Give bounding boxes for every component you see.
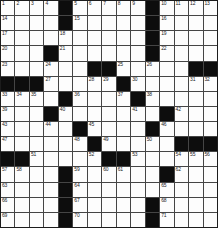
cell[interactable] [44,213,57,227]
cell[interactable] [146,152,159,166]
cell[interactable] [204,46,217,60]
black-cell [204,137,217,151]
cell[interactable]: 8 [117,1,130,15]
black-cell [1,152,14,166]
cell[interactable]: 56 [204,152,217,166]
clue-number: 53 [132,152,137,158]
clue-number: 37 [118,92,123,98]
cell[interactable] [160,62,173,76]
cell[interactable] [15,198,28,212]
cell[interactable] [175,92,188,106]
cell[interactable]: 42 [175,107,188,121]
cell[interactable] [131,62,144,76]
clue-number: 3 [31,1,34,7]
cell[interactable] [15,31,28,45]
cell[interactable] [88,167,101,181]
cell[interactable] [131,46,144,60]
clue-number: 48 [74,137,79,143]
cell[interactable] [73,107,86,121]
cell[interactable]: 31 [189,77,202,91]
black-cell [146,122,159,136]
cell[interactable]: 52 [88,152,101,166]
cell[interactable] [146,183,159,197]
cell[interactable] [102,16,115,30]
cell[interactable]: 48 [73,137,86,151]
cell[interactable] [59,77,72,91]
cell[interactable]: 29 [102,77,115,91]
clue-number: 18 [60,31,65,37]
clue-number: 11 [176,1,181,7]
cell[interactable] [189,198,202,212]
cell[interactable] [189,92,202,106]
black-cell [44,107,57,121]
black-cell [175,137,188,151]
clue-number: 66 [2,198,7,204]
black-cell [59,167,72,181]
clue-number: 12 [190,1,195,7]
black-cell [102,152,115,166]
black-cell [59,198,72,212]
cell[interactable] [117,213,130,227]
cell[interactable] [175,62,188,76]
cell[interactable] [189,107,202,121]
cell[interactable]: 68 [160,198,173,212]
cell[interactable] [30,122,43,136]
cell[interactable] [131,16,144,30]
black-cell [146,46,159,60]
cell[interactable]: 46 [160,122,173,136]
black-cell [204,62,217,76]
clue-number: 25 [118,62,123,68]
cell[interactable]: 40 [59,107,72,121]
clue-number: 17 [2,31,7,37]
cell[interactable] [15,183,28,197]
cell[interactable]: 38 [146,92,159,106]
cell[interactable]: 6 [88,1,101,15]
cell[interactable]: 2 [15,1,28,15]
cell[interactable] [30,16,43,30]
cell[interactable] [117,31,130,45]
cell[interactable]: 69 [1,213,14,227]
cell[interactable] [73,31,86,45]
cell[interactable] [44,167,57,181]
clue-number: 5 [74,1,77,7]
black-cell [160,107,173,121]
cell[interactable]: 24 [44,62,57,76]
clue-number: 21 [60,46,65,52]
cell[interactable]: 5 [73,1,86,15]
black-cell [88,137,101,151]
cell[interactable]: 19 [160,31,173,45]
cell[interactable] [189,46,202,60]
cell[interactable]: 34 [15,92,28,106]
cell[interactable]: 3 [30,1,43,15]
cell[interactable] [73,152,86,166]
clue-number: 62 [176,167,181,173]
cell[interactable] [204,198,217,212]
cell[interactable] [44,92,57,106]
cell[interactable]: 22 [160,46,173,60]
cell[interactable] [117,122,130,136]
cell[interactable] [88,92,101,106]
cell[interactable] [175,46,188,60]
cell[interactable]: 23 [1,62,14,76]
cell[interactable]: 39 [1,107,14,121]
cell[interactable] [131,213,144,227]
clue-number: 36 [74,92,79,98]
cell[interactable] [175,122,188,136]
black-cell [146,31,159,45]
cell[interactable] [117,46,130,60]
clue-number: 30 [132,77,137,83]
clue-number: 39 [2,107,7,113]
black-cell [146,198,159,212]
clue-number: 8 [118,1,121,7]
clue-number: 57 [2,167,7,173]
cell[interactable] [131,167,144,181]
clue-number: 49 [103,137,108,143]
black-cell [88,62,101,76]
cell[interactable] [189,31,202,45]
cell[interactable]: 59 [73,167,86,181]
cell[interactable]: 58 [15,167,28,181]
cell[interactable] [102,198,115,212]
cell[interactable]: 13 [204,1,217,15]
cell[interactable] [102,107,115,121]
cell[interactable]: 66 [1,198,14,212]
black-cell [117,77,130,91]
clue-number: 32 [205,77,210,83]
black-cell [131,92,144,106]
cell[interactable] [146,77,159,91]
clue-number: 10 [161,1,166,7]
clue-number: 60 [103,167,108,173]
cell[interactable] [204,213,217,227]
cell[interactable] [117,16,130,30]
black-cell [189,137,202,151]
clue-number: 43 [2,122,7,128]
cell[interactable]: 53 [131,152,144,166]
cell[interactable] [204,16,217,30]
cell[interactable]: 60 [102,167,115,181]
cell[interactable]: 43 [1,122,14,136]
cell[interactable] [117,137,130,151]
cell[interactable]: 50 [146,137,159,151]
cell[interactable] [30,46,43,60]
black-cell [59,1,72,15]
black-cell [44,46,57,60]
cell[interactable] [88,213,101,227]
clue-number: 34 [16,92,21,98]
cell[interactable]: 27 [44,77,57,91]
cell[interactable]: 26 [146,62,159,76]
cell[interactable] [189,213,202,227]
clue-number: 16 [161,16,166,22]
cell[interactable] [102,122,115,136]
cell[interactable]: 14 [1,16,14,30]
cell[interactable] [30,183,43,197]
cell[interactable] [204,167,217,181]
cell[interactable] [73,62,86,76]
clue-number: 1 [2,1,5,7]
cell[interactable] [175,213,188,227]
clue-number: 61 [118,167,123,173]
clue-number: 56 [205,152,210,158]
cell[interactable] [30,31,43,45]
cell[interactable] [117,183,130,197]
cell[interactable] [160,92,173,106]
cell[interactable] [15,137,28,151]
clue-number: 13 [205,1,210,7]
cell[interactable]: 28 [88,77,101,91]
clue-number: 51 [31,152,36,158]
clue-number: 68 [161,198,166,204]
clue-number: 29 [103,77,108,83]
clue-number: 15 [74,16,79,22]
cell[interactable]: 17 [1,31,14,45]
cell[interactable] [102,31,115,45]
cell[interactable]: 21 [59,46,72,60]
cell[interactable] [189,122,202,136]
clue-number: 6 [89,1,92,7]
black-cell [59,213,72,227]
black-cell [59,183,72,197]
clue-number: 23 [2,62,7,68]
cell[interactable] [73,46,86,60]
cell[interactable]: 49 [102,137,115,151]
cell[interactable]: 57 [1,167,14,181]
black-cell [189,62,202,76]
cell[interactable] [204,122,217,136]
cell[interactable] [189,16,202,30]
cell[interactable] [189,183,202,197]
cell[interactable] [131,31,144,45]
clue-number: 26 [147,62,152,68]
cell[interactable]: 63 [1,183,14,197]
cell[interactable]: 18 [59,31,72,45]
cell[interactable]: 16 [160,16,173,30]
clue-number: 71 [161,213,166,219]
cell[interactable]: 11 [175,1,188,15]
cell[interactable] [117,107,130,121]
cell[interactable] [88,107,101,121]
cell[interactable] [30,167,43,181]
cell[interactable] [102,183,115,197]
cell[interactable] [44,198,57,212]
cell[interactable]: 41 [131,107,144,121]
cell[interactable] [30,62,43,76]
cell[interactable] [204,31,217,45]
clue-number: 54 [176,152,181,158]
clue-number: 14 [2,16,7,22]
cell[interactable]: 35 [30,92,43,106]
cell[interactable] [59,152,72,166]
clue-number: 47 [2,137,7,143]
cell[interactable]: 70 [73,213,86,227]
cell[interactable]: 33 [1,92,14,106]
clue-number: 7 [103,1,106,7]
cell[interactable] [160,152,173,166]
cell[interactable]: 30 [131,77,144,91]
cell[interactable]: 25 [117,62,130,76]
cell[interactable] [44,152,57,166]
cell[interactable] [59,62,72,76]
clue-number: 58 [16,167,21,173]
cell[interactable] [117,198,130,212]
cell[interactable] [131,183,144,197]
black-cell [102,62,115,76]
cell[interactable] [131,122,144,136]
cell[interactable] [102,213,115,227]
cell[interactable] [131,198,144,212]
cell[interactable] [175,77,188,91]
clue-number: 4 [45,1,48,7]
clue-number: 46 [161,122,166,128]
black-cell [1,77,14,91]
cell[interactable] [102,92,115,106]
cell[interactable] [175,31,188,45]
cell[interactable] [146,107,159,121]
cell[interactable]: 20 [1,46,14,60]
cell[interactable]: 47 [1,137,14,151]
clue-number: 44 [45,122,50,128]
clue-number: 52 [89,152,94,158]
cell[interactable] [15,62,28,76]
cell[interactable] [204,183,217,197]
clue-number: 42 [176,107,181,113]
cell[interactable]: 7 [102,1,115,15]
cell[interactable]: 62 [175,167,188,181]
cell[interactable] [204,107,217,121]
black-cell [15,77,28,91]
cell[interactable]: 32 [204,77,217,91]
cell[interactable] [30,137,43,151]
cell[interactable] [30,213,43,227]
clue-number: 63 [2,183,7,189]
clue-number: 22 [161,46,166,52]
black-cell [73,122,86,136]
clue-number: 35 [31,92,36,98]
crossword-grid: 1234567891011121314151617181920212223242… [0,0,218,228]
cell[interactable] [15,213,28,227]
clue-number: 55 [190,152,195,158]
cell[interactable] [146,167,159,181]
clue-number: 64 [74,183,79,189]
clue-number: 27 [45,77,50,83]
cell[interactable] [88,31,101,45]
cell[interactable]: 9 [131,1,144,15]
cell[interactable] [44,183,57,197]
black-cell [146,213,159,227]
cell[interactable]: 61 [117,167,130,181]
black-cell [15,152,28,166]
black-cell [59,92,72,106]
cell[interactable]: 71 [160,213,173,227]
clue-number: 50 [147,137,152,143]
clue-number: 24 [45,62,50,68]
cell[interactable] [88,16,101,30]
cell[interactable] [160,77,173,91]
black-cell [30,77,43,91]
black-cell [146,1,159,15]
cell[interactable] [59,137,72,151]
cell[interactable]: 65 [160,183,173,197]
clue-number: 33 [2,92,7,98]
cell[interactable]: 45 [88,122,101,136]
cell[interactable] [175,198,188,212]
clue-number: 2 [16,1,19,7]
cell[interactable]: 54 [175,152,188,166]
cell[interactable] [15,16,28,30]
cell[interactable] [160,137,173,151]
clue-number: 19 [161,31,166,37]
clue-number: 59 [74,167,79,173]
cell[interactable] [88,198,101,212]
cell[interactable] [175,16,188,30]
cell[interactable] [88,183,101,197]
cell[interactable] [73,77,86,91]
clue-number: 31 [190,77,195,83]
cell[interactable] [44,16,57,30]
cell[interactable]: 15 [73,16,86,30]
black-cell [117,152,130,166]
cell[interactable]: 12 [189,1,202,15]
clue-number: 20 [2,46,7,52]
clue-number: 38 [147,92,152,98]
clue-number: 9 [132,1,135,7]
cell[interactable] [15,107,28,121]
cell[interactable]: 51 [30,152,43,166]
cell[interactable]: 1 [1,1,14,15]
black-cell [160,167,173,181]
cell[interactable]: 44 [44,122,57,136]
clue-number: 45 [89,122,94,128]
clue-number: 65 [161,183,166,189]
cell[interactable]: 64 [73,183,86,197]
cell[interactable]: 37 [117,92,130,106]
cell[interactable] [30,107,43,121]
cell[interactable] [189,167,202,181]
cell[interactable]: 36 [73,92,86,106]
cell[interactable] [15,46,28,60]
clue-number: 40 [60,107,65,113]
cell[interactable]: 55 [189,152,202,166]
cell[interactable] [88,46,101,60]
cell[interactable]: 10 [160,1,173,15]
cell[interactable] [30,198,43,212]
cell[interactable]: 4 [44,1,57,15]
cell[interactable] [59,122,72,136]
cell[interactable] [44,137,57,151]
clue-number: 67 [74,198,79,204]
cell[interactable] [204,92,217,106]
cell[interactable]: 67 [73,198,86,212]
black-cell [59,16,72,30]
cell[interactable] [102,46,115,60]
black-cell [146,16,159,30]
clue-number: 70 [74,213,79,219]
cell[interactable] [175,183,188,197]
clue-number: 41 [132,107,137,113]
clue-number: 28 [89,77,94,83]
cell[interactable] [44,31,57,45]
clue-number: 69 [2,213,7,219]
cell[interactable] [15,122,28,136]
cell[interactable] [131,137,144,151]
